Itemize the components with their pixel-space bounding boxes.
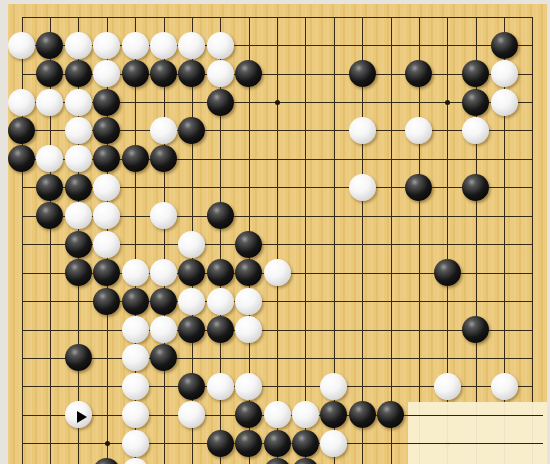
stone-white <box>264 259 291 286</box>
stone-white <box>150 202 177 229</box>
stone-white <box>65 202 92 229</box>
stone-black <box>462 174 489 201</box>
stone-white <box>150 117 177 144</box>
stone-black <box>150 288 177 315</box>
stone-black <box>65 60 92 87</box>
stone-white <box>36 89 63 116</box>
stone-white <box>150 32 177 59</box>
stone-white <box>122 316 149 343</box>
stone-black <box>122 145 149 172</box>
stone-black <box>122 288 149 315</box>
stone-white <box>349 117 376 144</box>
stone-black <box>349 60 376 87</box>
stone-white <box>65 32 92 59</box>
stone-white <box>178 401 205 428</box>
stone-white <box>122 373 149 400</box>
stone-black <box>65 231 92 258</box>
stone-black <box>36 32 63 59</box>
grid-line-v <box>391 17 392 464</box>
stone-white <box>93 231 120 258</box>
star-point <box>105 441 110 446</box>
stone-black <box>235 259 262 286</box>
stone-black <box>207 316 234 343</box>
stone-white <box>150 316 177 343</box>
last-move-triangle-marker <box>77 411 87 423</box>
stone-white <box>462 117 489 144</box>
stone-black <box>150 145 177 172</box>
stone-black <box>207 202 234 229</box>
stone-white <box>434 373 461 400</box>
stone-white <box>178 231 205 258</box>
grid-line-v <box>22 17 23 464</box>
stone-black <box>264 458 291 464</box>
stone-white <box>122 401 149 428</box>
stone-white <box>122 32 149 59</box>
stone-black <box>65 259 92 286</box>
stone-white <box>349 174 376 201</box>
stone-black <box>462 89 489 116</box>
stone-white <box>93 174 120 201</box>
stone-black <box>178 316 205 343</box>
star-point <box>275 100 280 105</box>
stone-black <box>207 89 234 116</box>
stone-black <box>320 401 347 428</box>
stone-black <box>36 174 63 201</box>
stone-white <box>36 145 63 172</box>
stone-white <box>150 259 177 286</box>
stone-white <box>178 32 205 59</box>
stone-black <box>36 202 63 229</box>
stone-black <box>93 288 120 315</box>
stone-white <box>122 259 149 286</box>
stone-black <box>150 60 177 87</box>
stone-white <box>178 288 205 315</box>
stone-white <box>8 89 35 116</box>
stone-white <box>235 373 262 400</box>
stone-black <box>65 174 92 201</box>
go-board[interactable] <box>8 4 547 464</box>
stone-white <box>65 145 92 172</box>
stone-black <box>93 458 120 464</box>
stone-white <box>235 288 262 315</box>
stone-black <box>8 117 35 144</box>
stone-white <box>405 117 432 144</box>
stone-white <box>264 401 291 428</box>
stone-black <box>491 32 518 59</box>
stone-black <box>93 89 120 116</box>
overlay-grid-line-h <box>408 443 543 444</box>
stone-white <box>235 316 262 343</box>
stone-white <box>320 430 347 457</box>
stone-black <box>292 430 319 457</box>
stone-black <box>349 401 376 428</box>
star-point <box>445 100 450 105</box>
stone-black <box>405 60 432 87</box>
stone-white <box>207 373 234 400</box>
stone-black <box>93 117 120 144</box>
stone-white <box>8 32 35 59</box>
stone-black <box>178 117 205 144</box>
stone-black <box>462 316 489 343</box>
stone-black <box>235 401 262 428</box>
stone-white <box>65 89 92 116</box>
stone-white <box>122 430 149 457</box>
stone-black <box>377 401 404 428</box>
stone-white <box>93 32 120 59</box>
stone-black <box>235 60 262 87</box>
stone-black <box>434 259 461 286</box>
stone-black <box>178 373 205 400</box>
stone-white <box>491 373 518 400</box>
stone-white <box>320 373 347 400</box>
overlay-grid-line-h <box>408 415 543 416</box>
stone-black <box>264 430 291 457</box>
stone-black <box>150 344 177 371</box>
stone-black <box>93 259 120 286</box>
stone-black <box>178 259 205 286</box>
stone-black <box>93 145 120 172</box>
stone-black <box>207 259 234 286</box>
stone-white <box>292 401 319 428</box>
stone-black <box>122 60 149 87</box>
stone-black <box>65 344 92 371</box>
stone-white <box>122 458 149 464</box>
stone-white <box>65 117 92 144</box>
stone-black <box>207 430 234 457</box>
grid-line-v <box>305 17 306 464</box>
stone-white <box>207 288 234 315</box>
stone-black <box>235 430 262 457</box>
stone-white <box>122 344 149 371</box>
overlay-panel <box>408 402 547 464</box>
grid-line-v <box>277 17 278 464</box>
stone-black <box>235 231 262 258</box>
stone-black <box>292 458 319 464</box>
grid-line-v <box>532 17 533 464</box>
screenshot-root <box>0 0 550 464</box>
stone-white <box>93 202 120 229</box>
stone-white <box>491 89 518 116</box>
stone-black <box>8 145 35 172</box>
stone-white <box>207 32 234 59</box>
stone-black <box>36 60 63 87</box>
stone-black <box>405 174 432 201</box>
stone-black <box>178 60 205 87</box>
stone-white <box>93 60 120 87</box>
stone-black <box>462 60 489 87</box>
stone-white <box>207 60 234 87</box>
stone-white <box>491 60 518 87</box>
